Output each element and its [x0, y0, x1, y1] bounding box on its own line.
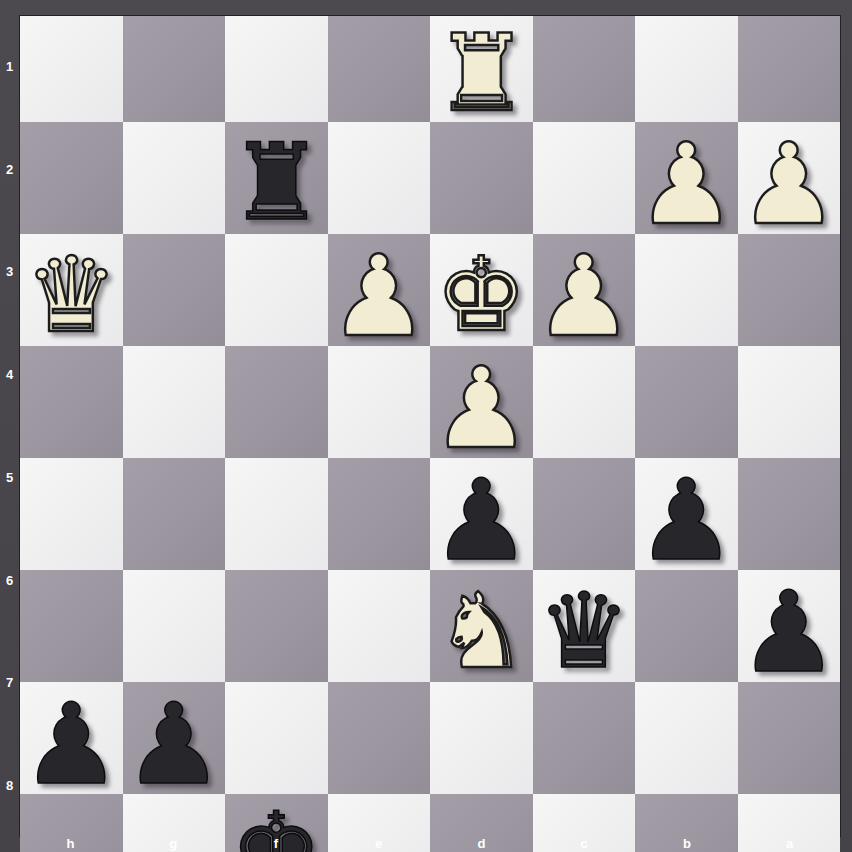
square-e5[interactable]	[328, 458, 431, 570]
square-h5[interactable]	[20, 458, 123, 570]
piece-white-knight-d6[interactable]: ♞	[435, 579, 528, 683]
square-f4[interactable]	[225, 346, 328, 458]
square-a7[interactable]	[738, 682, 841, 794]
square-g1[interactable]	[123, 16, 226, 122]
square-g5[interactable]	[123, 458, 226, 570]
square-a6[interactable]: ♟	[738, 570, 841, 682]
square-a2[interactable]: ♟	[738, 122, 841, 234]
piece-black-pawn-g7[interactable]: ♟	[124, 688, 224, 800]
square-e6[interactable]	[328, 570, 431, 682]
rank-label-3: 3	[0, 221, 19, 324]
square-b4[interactable]	[635, 346, 738, 458]
square-h3[interactable]: ♛	[20, 234, 123, 346]
file-label-c: c	[533, 837, 636, 852]
piece-black-pawn-h7[interactable]: ♟	[21, 688, 121, 800]
square-b7[interactable]	[635, 682, 738, 794]
piece-white-king-d3[interactable]: ♚	[436, 244, 527, 346]
square-h6[interactable]	[20, 570, 123, 682]
square-h1[interactable]	[20, 16, 123, 122]
file-label-e: e	[327, 837, 430, 852]
file-label-b: b	[636, 837, 739, 852]
rank-label-1: 1	[0, 15, 19, 118]
square-a1[interactable]	[738, 16, 841, 122]
square-f6[interactable]	[225, 570, 328, 682]
square-f7[interactable]	[225, 682, 328, 794]
rank-label-8: 8	[0, 734, 19, 837]
chess-board: ♜♜♟♟♛♟♚♟♟♟♟♞♛♟♟♟♚	[19, 15, 841, 837]
square-c3[interactable]: ♟	[533, 234, 636, 346]
square-f3[interactable]	[225, 234, 328, 346]
rank-label-4: 4	[0, 323, 19, 426]
square-d4[interactable]: ♟	[430, 346, 533, 458]
rank-label-5: 5	[0, 426, 19, 529]
square-b6[interactable]	[635, 570, 738, 682]
file-label-d: d	[430, 837, 533, 852]
square-f2[interactable]: ♜	[225, 122, 328, 234]
file-label-f: f	[225, 837, 328, 852]
square-c2[interactable]	[533, 122, 636, 234]
square-b2[interactable]: ♟	[635, 122, 738, 234]
piece-black-pawn-a6[interactable]: ♟	[739, 576, 839, 688]
square-e7[interactable]	[328, 682, 431, 794]
square-g4[interactable]	[123, 346, 226, 458]
square-g3[interactable]	[123, 234, 226, 346]
square-f1[interactable]	[225, 16, 328, 122]
square-b5[interactable]: ♟	[635, 458, 738, 570]
square-d6[interactable]: ♞	[430, 570, 533, 682]
square-f5[interactable]	[225, 458, 328, 570]
square-e4[interactable]	[328, 346, 431, 458]
piece-white-pawn-d4[interactable]: ♟	[431, 352, 531, 464]
square-g2[interactable]	[123, 122, 226, 234]
square-c6[interactable]: ♛	[533, 570, 636, 682]
square-d1[interactable]: ♜	[430, 16, 533, 122]
piece-white-pawn-c3[interactable]: ♟	[534, 240, 634, 352]
square-a3[interactable]	[738, 234, 841, 346]
square-b1[interactable]	[635, 16, 738, 122]
square-d7[interactable]	[430, 682, 533, 794]
square-d2[interactable]	[430, 122, 533, 234]
square-e3[interactable]: ♟	[328, 234, 431, 346]
piece-white-pawn-b2[interactable]: ♟	[636, 128, 736, 240]
rank-label-6: 6	[0, 529, 19, 632]
piece-white-queen-h3[interactable]: ♛	[25, 243, 118, 347]
square-h4[interactable]	[20, 346, 123, 458]
square-e1[interactable]	[328, 16, 431, 122]
square-g7[interactable]: ♟	[123, 682, 226, 794]
square-h7[interactable]: ♟	[20, 682, 123, 794]
square-d3[interactable]: ♚	[430, 234, 533, 346]
square-c1[interactable]	[533, 16, 636, 122]
piece-white-pawn-a2[interactable]: ♟	[739, 128, 839, 240]
square-c7[interactable]	[533, 682, 636, 794]
square-b3[interactable]	[635, 234, 738, 346]
piece-white-rook-d1[interactable]: ♜	[434, 21, 529, 127]
piece-black-pawn-b5[interactable]: ♟	[636, 464, 736, 576]
square-c5[interactable]	[533, 458, 636, 570]
square-d5[interactable]: ♟	[430, 458, 533, 570]
board-frame: ♜♜♟♟♛♟♚♟♟♟♟♞♛♟♟♟♚ 12345678hgfedcba	[0, 0, 852, 852]
square-a5[interactable]	[738, 458, 841, 570]
file-label-a: a	[738, 837, 841, 852]
square-c4[interactable]	[533, 346, 636, 458]
rank-label-7: 7	[0, 632, 19, 735]
piece-black-rook-f2[interactable]: ♜	[229, 130, 324, 236]
file-label-g: g	[122, 837, 225, 852]
square-g6[interactable]	[123, 570, 226, 682]
square-a4[interactable]	[738, 346, 841, 458]
square-e2[interactable]	[328, 122, 431, 234]
piece-white-pawn-e3[interactable]: ♟	[329, 240, 429, 352]
piece-black-pawn-d5[interactable]: ♟	[431, 464, 531, 576]
rank-label-2: 2	[0, 118, 19, 221]
square-h2[interactable]	[20, 122, 123, 234]
piece-black-queen-c6[interactable]: ♛	[537, 579, 630, 683]
file-label-h: h	[19, 837, 122, 852]
